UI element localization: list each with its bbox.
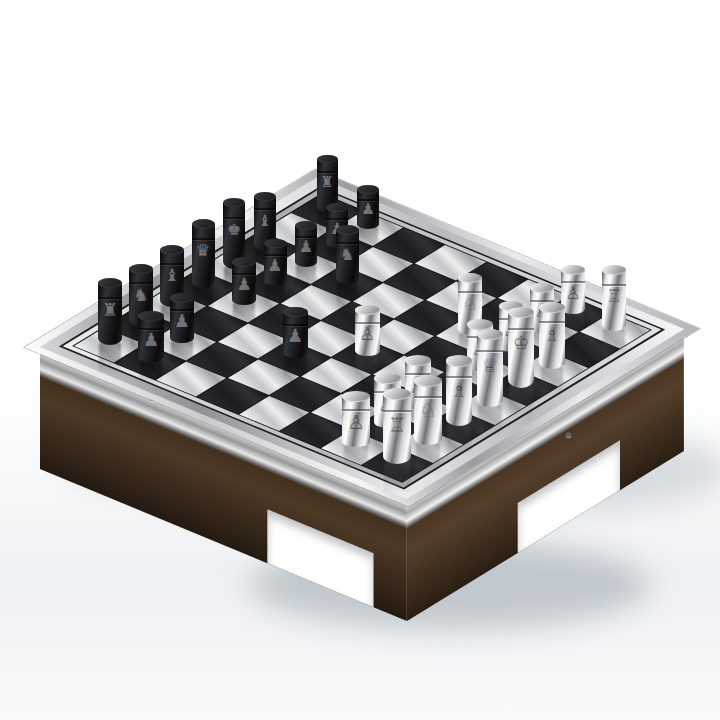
piece-body bbox=[383, 394, 411, 464]
piece-reflection bbox=[509, 386, 532, 418]
black-rook-a8: ♜ bbox=[98, 278, 123, 345]
piece-top bbox=[170, 293, 195, 303]
piece-collar-ring bbox=[355, 322, 380, 324]
piece-top bbox=[295, 221, 317, 230]
piece-collar-ring bbox=[192, 238, 215, 240]
piece-reflection bbox=[447, 424, 471, 456]
white-knight-b1: ♘ bbox=[414, 375, 441, 445]
piece-collar-ring bbox=[223, 217, 246, 219]
piece-top bbox=[192, 219, 215, 229]
piece-top bbox=[508, 307, 534, 318]
white-rook-h1: ♖ bbox=[602, 265, 626, 331]
piece-body bbox=[138, 316, 163, 362]
piece-top bbox=[458, 273, 482, 283]
piece-top bbox=[264, 239, 287, 249]
piece-top bbox=[446, 355, 473, 366]
piece-body bbox=[342, 397, 370, 447]
piece-body bbox=[561, 270, 585, 314]
piece-reflection bbox=[233, 303, 254, 325]
piece-reflection bbox=[296, 265, 316, 286]
piece-reflection bbox=[478, 405, 502, 437]
piece-body bbox=[295, 225, 317, 267]
piece-top bbox=[539, 302, 564, 313]
piece-collar-ring bbox=[138, 328, 163, 330]
piece-reflection bbox=[344, 445, 369, 470]
white-queen-d1: ♕ bbox=[477, 329, 503, 407]
black-pawn-c5: ♟ bbox=[283, 307, 308, 358]
piece-collar-ring bbox=[602, 284, 626, 286]
piece-reflection bbox=[265, 284, 286, 305]
piece-reflection bbox=[140, 360, 163, 383]
piece-collar-ring bbox=[357, 199, 378, 201]
white-rook-a1: ♖ bbox=[383, 388, 411, 464]
piece-reflection bbox=[99, 343, 121, 374]
black-pawn-f7: ♟ bbox=[295, 221, 317, 267]
white-pawn-h2: ♙ bbox=[561, 265, 585, 314]
piece-collar-ring bbox=[232, 273, 256, 275]
piece-collar-ring bbox=[98, 297, 123, 299]
piece-collar-ring bbox=[326, 218, 348, 220]
piece-collar-ring bbox=[383, 410, 411, 412]
piece-collar-ring bbox=[342, 409, 370, 411]
piece-top bbox=[561, 265, 585, 275]
piece-reflection bbox=[384, 462, 409, 494]
piece-collar-ring bbox=[264, 254, 287, 256]
piece-body bbox=[170, 298, 195, 343]
piece-body bbox=[508, 312, 534, 387]
piece-top bbox=[355, 305, 380, 315]
piece-reflection bbox=[541, 367, 564, 398]
black-knight-f6: ♞ bbox=[336, 225, 359, 284]
piece-collar-ring bbox=[477, 350, 503, 352]
white-king-e1: ♔ bbox=[508, 307, 534, 388]
white-pawn-d4: ♙ bbox=[355, 305, 380, 356]
white-bishop-f1: ♗ bbox=[539, 302, 564, 369]
piece-body bbox=[414, 381, 441, 445]
piece-collar-ring bbox=[508, 328, 534, 330]
piece-collar-ring bbox=[295, 236, 317, 238]
piece-body bbox=[283, 312, 308, 358]
piece-collar-ring bbox=[530, 300, 554, 302]
piece-collar-ring bbox=[317, 171, 338, 173]
piece-top bbox=[283, 307, 308, 318]
black-pawn-b7: ♟ bbox=[170, 293, 195, 343]
piece-collar-ring bbox=[170, 309, 195, 311]
piece-body bbox=[357, 189, 378, 229]
piece-body bbox=[355, 310, 380, 356]
piece-top bbox=[357, 185, 378, 194]
piece-collar-ring bbox=[336, 242, 359, 244]
piece-reflection bbox=[171, 341, 193, 364]
black-queen-d8: ♛ bbox=[192, 219, 215, 288]
piece-reflection bbox=[603, 329, 625, 359]
piece-top bbox=[374, 373, 401, 384]
piece-top bbox=[138, 311, 163, 322]
piece-body bbox=[98, 283, 123, 345]
white-bishop-c1: ♗ bbox=[446, 355, 473, 426]
piece-body bbox=[539, 308, 564, 369]
piece-collar-ring bbox=[414, 396, 441, 398]
piece-collar-ring bbox=[160, 263, 184, 265]
piece-collar-ring bbox=[446, 376, 473, 378]
piece-body bbox=[192, 224, 215, 288]
piece-top bbox=[160, 245, 184, 255]
piece-collar-ring bbox=[129, 282, 153, 284]
piece-body bbox=[446, 361, 473, 426]
piece-top bbox=[477, 329, 503, 340]
piece-body bbox=[264, 243, 287, 286]
black-pawn-e7: ♟ bbox=[264, 239, 287, 286]
piece-collar-ring bbox=[254, 208, 276, 210]
piece-top bbox=[326, 203, 348, 212]
piece-top bbox=[414, 375, 441, 387]
piece-reflection bbox=[193, 286, 214, 318]
piece-top bbox=[336, 225, 359, 235]
piece-top bbox=[317, 155, 338, 164]
white-pawn-a2: ♙ bbox=[342, 391, 370, 447]
black-pawn-d7: ♟ bbox=[232, 257, 256, 305]
piece-reflection bbox=[284, 356, 307, 379]
piece-top bbox=[232, 257, 256, 267]
piece-reflection bbox=[358, 227, 377, 247]
piece-collar-ring bbox=[539, 321, 564, 323]
piece-collar-ring bbox=[458, 291, 482, 293]
black-pawn-h7: ♟ bbox=[357, 185, 378, 229]
piece-collar-ring bbox=[561, 281, 585, 283]
piece-collar-ring bbox=[283, 324, 308, 326]
piece-top bbox=[405, 355, 431, 366]
piece-body bbox=[602, 270, 626, 331]
piece-body bbox=[336, 230, 359, 284]
product-photo-chess-set: ♜♟♟♝♟♚♞♟♛♟♝♙♞♖♙♘♟♜♙♙♟♟♗♙♔♕♙♗♙♘♙♖ bbox=[0, 0, 720, 720]
black-pawn-a7: ♟ bbox=[138, 311, 163, 362]
piece-top bbox=[254, 192, 276, 201]
piece-body bbox=[477, 334, 503, 406]
piece-reflection bbox=[416, 443, 441, 475]
piece-body bbox=[232, 262, 256, 305]
base-foot-notch-right bbox=[518, 440, 620, 553]
piece-reflection bbox=[562, 312, 583, 334]
drawer-pin-icon bbox=[566, 432, 571, 437]
